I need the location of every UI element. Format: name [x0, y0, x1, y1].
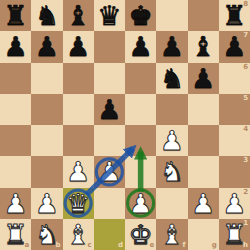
square-a6[interactable]: [0, 63, 31, 94]
chess-board: ♜♞♝♛♚♜8♟♟♟♟♟♝♟7♞♟6♟5♟4♟♟♞3♟♟♛♟♟♟2♜a♞b♝cd…: [0, 0, 250, 250]
square-g7[interactable]: ♝: [188, 31, 219, 62]
square-f6[interactable]: ♞: [156, 63, 187, 94]
square-c2[interactable]: ♛: [63, 188, 94, 219]
square-g4[interactable]: [188, 125, 219, 156]
square-c1[interactable]: ♝c: [63, 219, 94, 250]
square-g2[interactable]: ♟: [188, 188, 219, 219]
square-e3[interactable]: [125, 156, 156, 187]
square-f2[interactable]: [156, 188, 187, 219]
square-a5[interactable]: [0, 94, 31, 125]
square-d8[interactable]: ♛: [94, 0, 125, 31]
square-g5[interactable]: [188, 94, 219, 125]
square-e5[interactable]: [125, 94, 156, 125]
square-f8[interactable]: [156, 0, 187, 31]
square-a1[interactable]: ♜a: [0, 219, 31, 250]
square-a2[interactable]: ♟: [0, 188, 31, 219]
square-e2[interactable]: ♟: [125, 188, 156, 219]
square-c7[interactable]: ♟: [63, 31, 94, 62]
square-f5[interactable]: [156, 94, 187, 125]
square-b5[interactable]: [31, 94, 62, 125]
square-f4[interactable]: ♟: [156, 125, 187, 156]
square-c6[interactable]: [63, 63, 94, 94]
white-pawn[interactable]: ♟: [94, 156, 125, 187]
square-h2[interactable]: ♟2: [219, 188, 250, 219]
square-h5[interactable]: 5: [219, 94, 250, 125]
square-c3[interactable]: ♟: [63, 156, 94, 187]
square-d5[interactable]: ♟: [94, 94, 125, 125]
square-a7[interactable]: ♟: [0, 31, 31, 62]
square-a8[interactable]: ♜: [0, 0, 31, 31]
square-c8[interactable]: ♝: [63, 0, 94, 31]
black-pawn[interactable]: ♟: [0, 31, 31, 62]
coord-file-d: d: [118, 242, 123, 249]
board-squares: ♜♞♝♛♚♜8♟♟♟♟♟♝♟7♞♟6♟5♟4♟♟♞3♟♟♛♟♟♟2♜a♞b♝cd…: [0, 0, 250, 250]
white-pawn[interactable]: ♟: [219, 188, 250, 219]
black-bishop[interactable]: ♝: [63, 0, 94, 31]
square-c5[interactable]: [63, 94, 94, 125]
black-pawn[interactable]: ♟: [31, 31, 62, 62]
square-e6[interactable]: [125, 63, 156, 94]
square-d3[interactable]: ♟: [94, 156, 125, 187]
square-b1[interactable]: ♞b: [31, 219, 62, 250]
square-h1[interactable]: ♜1h: [219, 219, 250, 250]
black-knight[interactable]: ♞: [156, 63, 187, 94]
white-rook[interactable]: ♜: [219, 219, 250, 250]
black-pawn[interactable]: ♟: [125, 31, 156, 62]
square-h4[interactable]: 4: [219, 125, 250, 156]
square-e4[interactable]: [125, 125, 156, 156]
square-e1[interactable]: ♚e: [125, 219, 156, 250]
square-e7[interactable]: ♟: [125, 31, 156, 62]
black-pawn[interactable]: ♟: [188, 63, 219, 94]
square-d4[interactable]: [94, 125, 125, 156]
coord-rank-5: 5: [243, 95, 248, 102]
white-pawn[interactable]: ♟: [31, 188, 62, 219]
black-pawn[interactable]: ♟: [63, 31, 94, 62]
square-b4[interactable]: [31, 125, 62, 156]
square-b2[interactable]: ♟: [31, 188, 62, 219]
white-king[interactable]: ♚: [125, 219, 156, 250]
black-pawn[interactable]: ♟: [94, 94, 125, 125]
black-knight[interactable]: ♞: [31, 0, 62, 31]
square-f3[interactable]: ♞: [156, 156, 187, 187]
white-pawn[interactable]: ♟: [63, 156, 94, 187]
black-queen[interactable]: ♛: [94, 0, 125, 31]
square-a4[interactable]: [0, 125, 31, 156]
square-b6[interactable]: [31, 63, 62, 94]
black-pawn[interactable]: ♟: [156, 31, 187, 62]
square-a3[interactable]: [0, 156, 31, 187]
coord-file-g: g: [212, 242, 217, 249]
white-bishop[interactable]: ♝: [63, 219, 94, 250]
white-pawn[interactable]: ♟: [0, 188, 31, 219]
square-g3[interactable]: [188, 156, 219, 187]
black-bishop[interactable]: ♝: [188, 31, 219, 62]
black-rook[interactable]: ♜: [219, 0, 250, 31]
coord-rank-6: 6: [243, 64, 248, 71]
square-e8[interactable]: ♚: [125, 0, 156, 31]
white-pawn[interactable]: ♟: [156, 125, 187, 156]
square-d2[interactable]: [94, 188, 125, 219]
square-h8[interactable]: ♜8: [219, 0, 250, 31]
square-b8[interactable]: ♞: [31, 0, 62, 31]
black-king[interactable]: ♚: [125, 0, 156, 31]
square-d6[interactable]: [94, 63, 125, 94]
white-pawn[interactable]: ♟: [125, 188, 156, 219]
square-d1[interactable]: d: [94, 219, 125, 250]
coord-rank-3: 3: [243, 157, 248, 164]
black-rook[interactable]: ♜: [0, 0, 31, 31]
white-knight[interactable]: ♞: [31, 219, 62, 250]
square-c4[interactable]: [63, 125, 94, 156]
white-rook[interactable]: ♜: [0, 219, 31, 250]
square-g6[interactable]: ♟: [188, 63, 219, 94]
white-pawn[interactable]: ♟: [188, 188, 219, 219]
square-b3[interactable]: [31, 156, 62, 187]
white-queen[interactable]: ♛: [63, 188, 94, 219]
square-g8[interactable]: [188, 0, 219, 31]
black-pawn[interactable]: ♟: [219, 31, 250, 62]
square-h6[interactable]: 6: [219, 63, 250, 94]
square-b7[interactable]: ♟: [31, 31, 62, 62]
square-h3[interactable]: 3: [219, 156, 250, 187]
square-h7[interactable]: ♟7: [219, 31, 250, 62]
square-f1[interactable]: ♝f: [156, 219, 187, 250]
white-knight[interactable]: ♞: [156, 156, 187, 187]
coord-rank-4: 4: [243, 126, 248, 133]
square-d7[interactable]: [94, 31, 125, 62]
white-bishop[interactable]: ♝: [156, 219, 187, 250]
square-f7[interactable]: ♟: [156, 31, 187, 62]
square-g1[interactable]: g: [188, 219, 219, 250]
